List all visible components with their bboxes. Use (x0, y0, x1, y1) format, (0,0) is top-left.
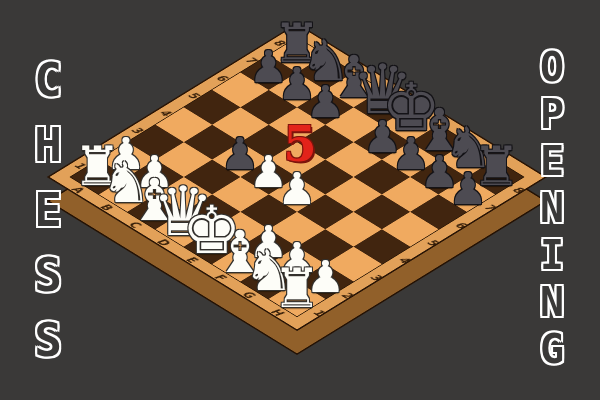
title-letter-c: C (22, 48, 74, 113)
title-letter-e: E (526, 138, 578, 185)
title-letter-n: N (526, 185, 578, 232)
title-letter-h: H (22, 113, 74, 178)
title-chess: CHESS (22, 48, 74, 373)
title-letter-g: G (526, 326, 578, 373)
title-opening: OPENING (526, 44, 578, 373)
title-letter-s: S (22, 308, 74, 373)
piece-white-pawn-e4[interactable]: ♟ (277, 167, 316, 211)
title-letter-i: I (526, 232, 578, 279)
title-letter-o: O (526, 44, 578, 91)
title-letter-e: E (22, 178, 74, 243)
title-letter-s: S (22, 243, 74, 308)
title-letter-n: N (526, 279, 578, 326)
piece-black-pawn-h7[interactable]: ♟ (448, 167, 487, 211)
scene: ABCDEFGH1122334455667788 ♜♞♝♛♚♝♞♜♟♟♟♟♟♟♟… (0, 0, 600, 400)
title-letter-p: P (526, 91, 578, 138)
piece-white-rook-h1[interactable]: ♜ (273, 262, 321, 316)
